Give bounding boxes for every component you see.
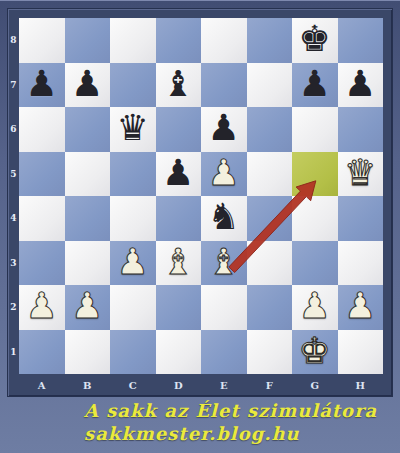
square-f6 <box>247 107 293 152</box>
white-king: ♚ <box>299 333 331 369</box>
square-c6: ♛ <box>110 107 156 152</box>
square-f4 <box>247 196 293 241</box>
square-d5: ♟ <box>156 152 202 197</box>
square-e3: ♝ <box>201 241 247 286</box>
white-pawn: ♟ <box>299 288 331 324</box>
square-h7: ♟ <box>338 63 384 108</box>
square-a8 <box>19 18 65 63</box>
file-label-c: C <box>110 374 156 396</box>
file-label-b: B <box>65 374 111 396</box>
black-king: ♚ <box>299 21 331 57</box>
square-c7 <box>110 63 156 108</box>
square-b6 <box>65 107 111 152</box>
square-h8 <box>338 18 384 63</box>
square-g7: ♟ <box>292 63 338 108</box>
square-b8 <box>65 18 111 63</box>
square-d3: ♝ <box>156 241 202 286</box>
square-b4 <box>65 196 111 241</box>
square-d2 <box>156 285 202 330</box>
square-g5 <box>292 152 338 197</box>
square-g2: ♟ <box>292 285 338 330</box>
square-b5 <box>65 152 111 197</box>
square-d4 <box>156 196 202 241</box>
square-b2: ♟ <box>65 285 111 330</box>
chess-board: ♚♟♟♝♟♟♛♟♟♟♛♞♟♝♝♟♟♟♟♚ <box>19 18 383 374</box>
square-g8: ♚ <box>292 18 338 63</box>
square-a4 <box>19 196 65 241</box>
square-f2 <box>247 285 293 330</box>
square-c4 <box>110 196 156 241</box>
file-label-d: D <box>156 374 202 396</box>
square-c5 <box>110 152 156 197</box>
caption-line2: sakkmester.blog.hu <box>84 422 377 445</box>
square-e1 <box>201 330 247 375</box>
square-f3 <box>247 241 293 286</box>
square-b1 <box>65 330 111 375</box>
square-d7: ♝ <box>156 63 202 108</box>
square-e6: ♟ <box>201 107 247 152</box>
square-a2: ♟ <box>19 285 65 330</box>
square-g4 <box>292 196 338 241</box>
square-c8 <box>110 18 156 63</box>
black-knight: ♞ <box>208 199 240 235</box>
file-label-f: F <box>247 374 293 396</box>
square-b3 <box>65 241 111 286</box>
square-a3 <box>19 241 65 286</box>
file-label-h: H <box>338 374 384 396</box>
square-b7: ♟ <box>65 63 111 108</box>
square-f5 <box>247 152 293 197</box>
rank-label-5: 5 <box>8 152 19 197</box>
white-queen: ♛ <box>344 155 376 191</box>
square-e8 <box>201 18 247 63</box>
square-c2 <box>110 285 156 330</box>
black-pawn: ♟ <box>208 110 240 146</box>
rank-label-6: 6 <box>8 107 19 152</box>
black-pawn: ♟ <box>299 66 331 102</box>
square-h6 <box>338 107 384 152</box>
square-c1 <box>110 330 156 375</box>
white-bishop: ♝ <box>162 244 194 280</box>
square-h4 <box>338 196 384 241</box>
square-d6 <box>156 107 202 152</box>
white-pawn: ♟ <box>117 244 149 280</box>
file-label-a: A <box>19 374 65 396</box>
square-h2: ♟ <box>338 285 384 330</box>
square-g3 <box>292 241 338 286</box>
white-pawn: ♟ <box>208 155 240 191</box>
square-g1: ♚ <box>292 330 338 375</box>
square-f8 <box>247 18 293 63</box>
square-a7: ♟ <box>19 63 65 108</box>
file-label-e: E <box>201 374 247 396</box>
rank-label-8: 8 <box>8 18 19 63</box>
rank-label-4: 4 <box>8 196 19 241</box>
black-pawn: ♟ <box>26 66 58 102</box>
square-e5: ♟ <box>201 152 247 197</box>
square-h1 <box>338 330 384 375</box>
square-f7 <box>247 63 293 108</box>
square-a1 <box>19 330 65 375</box>
watermark-caption: A sakk az Élet szimulátora sakkmester.bl… <box>84 399 377 445</box>
rank-labels: 87654321 <box>8 18 19 374</box>
white-bishop: ♝ <box>208 244 240 280</box>
file-labels: ABCDEFGH <box>19 374 383 396</box>
page-background: 87654321 ♚♟♟♝♟♟♛♟♟♟♛♞♟♝♝♟♟♟♟♚ ABCDEFGH A… <box>0 0 400 453</box>
black-queen: ♛ <box>117 110 149 146</box>
white-pawn: ♟ <box>71 288 103 324</box>
square-e2 <box>201 285 247 330</box>
white-pawn: ♟ <box>26 288 58 324</box>
black-pawn: ♟ <box>162 155 194 191</box>
black-pawn: ♟ <box>71 66 103 102</box>
square-a6 <box>19 107 65 152</box>
square-f1 <box>247 330 293 375</box>
square-c3: ♟ <box>110 241 156 286</box>
rank-label-7: 7 <box>8 63 19 108</box>
rank-label-1: 1 <box>8 330 19 375</box>
square-e4: ♞ <box>201 196 247 241</box>
caption-line1: A sakk az Élet szimulátora <box>84 399 377 422</box>
square-d8 <box>156 18 202 63</box>
square-a5 <box>19 152 65 197</box>
square-g6 <box>292 107 338 152</box>
square-e7 <box>201 63 247 108</box>
white-pawn: ♟ <box>344 288 376 324</box>
file-label-g: G <box>292 374 338 396</box>
black-bishop: ♝ <box>162 66 194 102</box>
black-pawn: ♟ <box>344 66 376 102</box>
square-d1 <box>156 330 202 375</box>
rank-label-2: 2 <box>8 285 19 330</box>
square-h5: ♛ <box>338 152 384 197</box>
square-h3 <box>338 241 384 286</box>
rank-label-3: 3 <box>8 241 19 286</box>
chess-board-frame: 87654321 ♚♟♟♝♟♟♛♟♟♟♛♞♟♝♝♟♟♟♟♚ ABCDEFGH <box>7 8 393 397</box>
